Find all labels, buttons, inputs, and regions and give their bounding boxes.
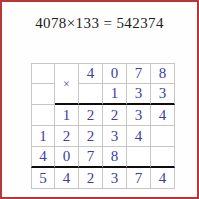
grid-cell: 4: [151, 105, 175, 126]
grid-cell: [151, 147, 175, 168]
grid-cell: 1: [103, 84, 127, 105]
grid-cell: 3: [103, 126, 127, 147]
grid-cell: 0: [55, 147, 79, 168]
grid-cell: [31, 63, 55, 84]
grid-cell: 1: [31, 126, 55, 147]
multiplication-grid: × 4 0 7 8 1 3 3 1 2 2 3 4 1 2 2 3 4 4 0 …: [31, 63, 175, 189]
grid-cell: 2: [55, 126, 79, 147]
grid-cell: [31, 105, 55, 126]
grid-cell: [79, 84, 103, 105]
grid-cell: 7: [127, 168, 151, 189]
grid-cell: 4: [55, 168, 79, 189]
grid-cell: 4: [79, 63, 103, 84]
grid-cell: 3: [127, 84, 151, 105]
grid-cell: 2: [79, 126, 103, 147]
grid-cell: 5: [31, 168, 55, 189]
grid-cell: 3: [103, 168, 127, 189]
grid-cell: [127, 147, 151, 168]
grid-cell: 2: [103, 105, 127, 126]
grid-cell: 2: [79, 168, 103, 189]
grid-cell: 3: [151, 84, 175, 105]
grid-cell: 7: [79, 147, 103, 168]
grid-cell: 8: [151, 63, 175, 84]
multiply-sign: ×: [55, 63, 79, 105]
worksheet-page: 4078×133 = 542374 × 4 0 7 8 1 3 3 1 2 2 …: [0, 0, 199, 199]
equation-title: 4078×133 = 542374: [2, 15, 197, 32]
grid-cell: [151, 126, 175, 147]
grid-cell: [31, 84, 55, 105]
grid-cell: 3: [127, 105, 151, 126]
grid-cell: 4: [151, 168, 175, 189]
grid-cell: 4: [127, 126, 151, 147]
grid-cell: 7: [127, 63, 151, 84]
grid-cell: 8: [103, 147, 127, 168]
grid-cell: 2: [79, 105, 103, 126]
grid-cell: 1: [55, 105, 79, 126]
grid-cell: 0: [103, 63, 127, 84]
grid-cell: 4: [31, 147, 55, 168]
